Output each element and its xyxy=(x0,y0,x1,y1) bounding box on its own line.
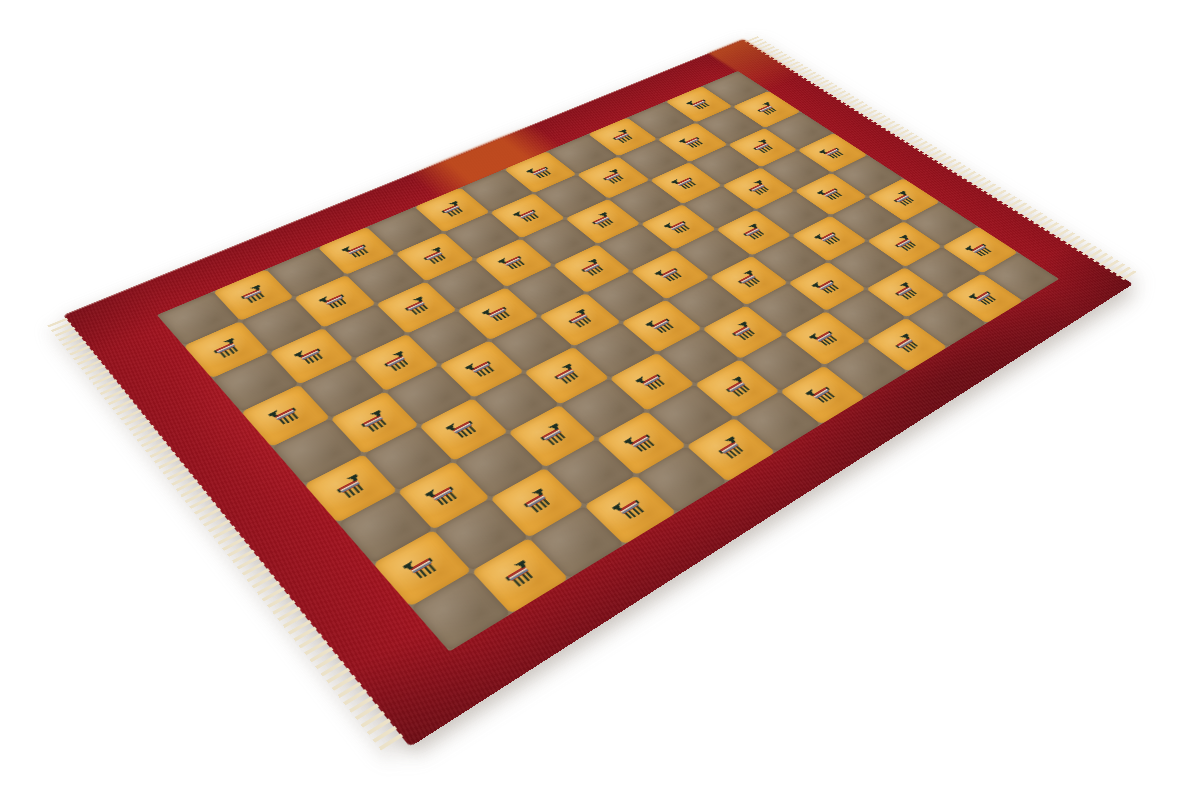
checkerboard-field xyxy=(157,71,1059,652)
photo-background xyxy=(0,0,1200,800)
gabbeh-rug xyxy=(63,39,1133,747)
